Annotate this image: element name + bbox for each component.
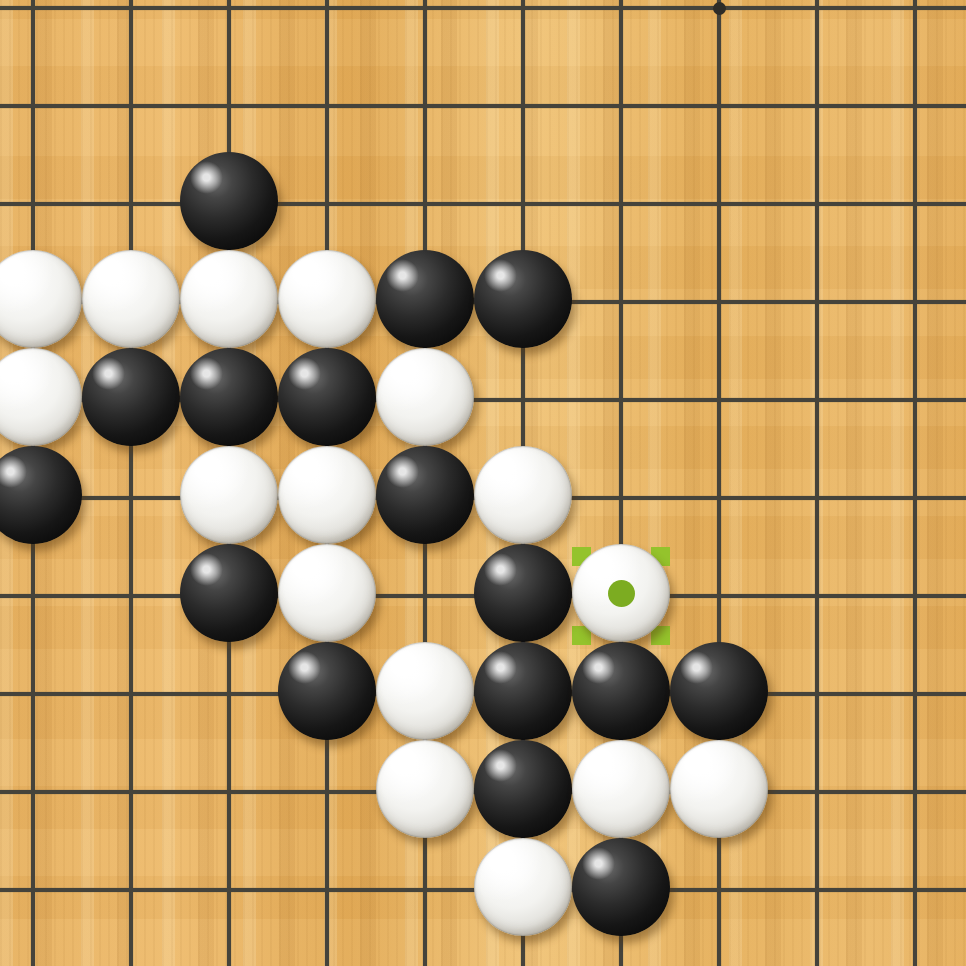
black-stone: ●	[180, 544, 278, 642]
black-stone: ●	[180, 152, 278, 250]
white-stone: ○	[572, 740, 670, 838]
grid-line-vertical	[913, 0, 917, 966]
white-stone: ○	[180, 446, 278, 544]
black-stone: ●	[376, 446, 474, 544]
white-stone: ○	[474, 838, 572, 936]
grid-line-horizontal	[0, 104, 966, 108]
black-stone: ●	[180, 348, 278, 446]
white-stone: ○	[278, 250, 376, 348]
white-stone: ○	[82, 250, 180, 348]
white-stone: ○	[474, 446, 572, 544]
white-stone: ○	[0, 250, 82, 348]
white-stone: ○	[376, 740, 474, 838]
black-stone: ●	[474, 740, 572, 838]
white-stone: ○	[278, 544, 376, 642]
white-stone: ○	[670, 740, 768, 838]
grid-line-vertical	[129, 0, 133, 966]
black-stone: ●	[0, 446, 82, 544]
black-stone: ●	[82, 348, 180, 446]
black-stone: ●	[572, 642, 670, 740]
white-stone: ○	[0, 348, 82, 446]
star-point	[713, 2, 726, 15]
go-board[interactable]: ●○○○○●●○●●●○●○○●○●○●○●○●●●○●○○○●	[0, 0, 966, 966]
grid-line-horizontal	[0, 6, 966, 10]
white-stone: ○	[376, 348, 474, 446]
black-stone: ●	[474, 544, 572, 642]
screenshot-viewport: ●○○○○●●○●●●○●○○●○●○●○●○●●●○●○○○●	[0, 0, 966, 966]
white-stone: ○	[180, 250, 278, 348]
black-stone: ●	[670, 642, 768, 740]
black-stone: ●	[474, 642, 572, 740]
black-stone: ●	[572, 838, 670, 936]
grid-line-vertical	[815, 0, 819, 966]
last-move-dot	[608, 580, 635, 607]
grid-line-horizontal	[0, 202, 966, 206]
white-stone: ○	[278, 446, 376, 544]
black-stone: ●	[278, 642, 376, 740]
black-stone: ●	[278, 348, 376, 446]
white-stone: ○	[376, 642, 474, 740]
black-stone: ●	[474, 250, 572, 348]
black-stone: ●	[376, 250, 474, 348]
